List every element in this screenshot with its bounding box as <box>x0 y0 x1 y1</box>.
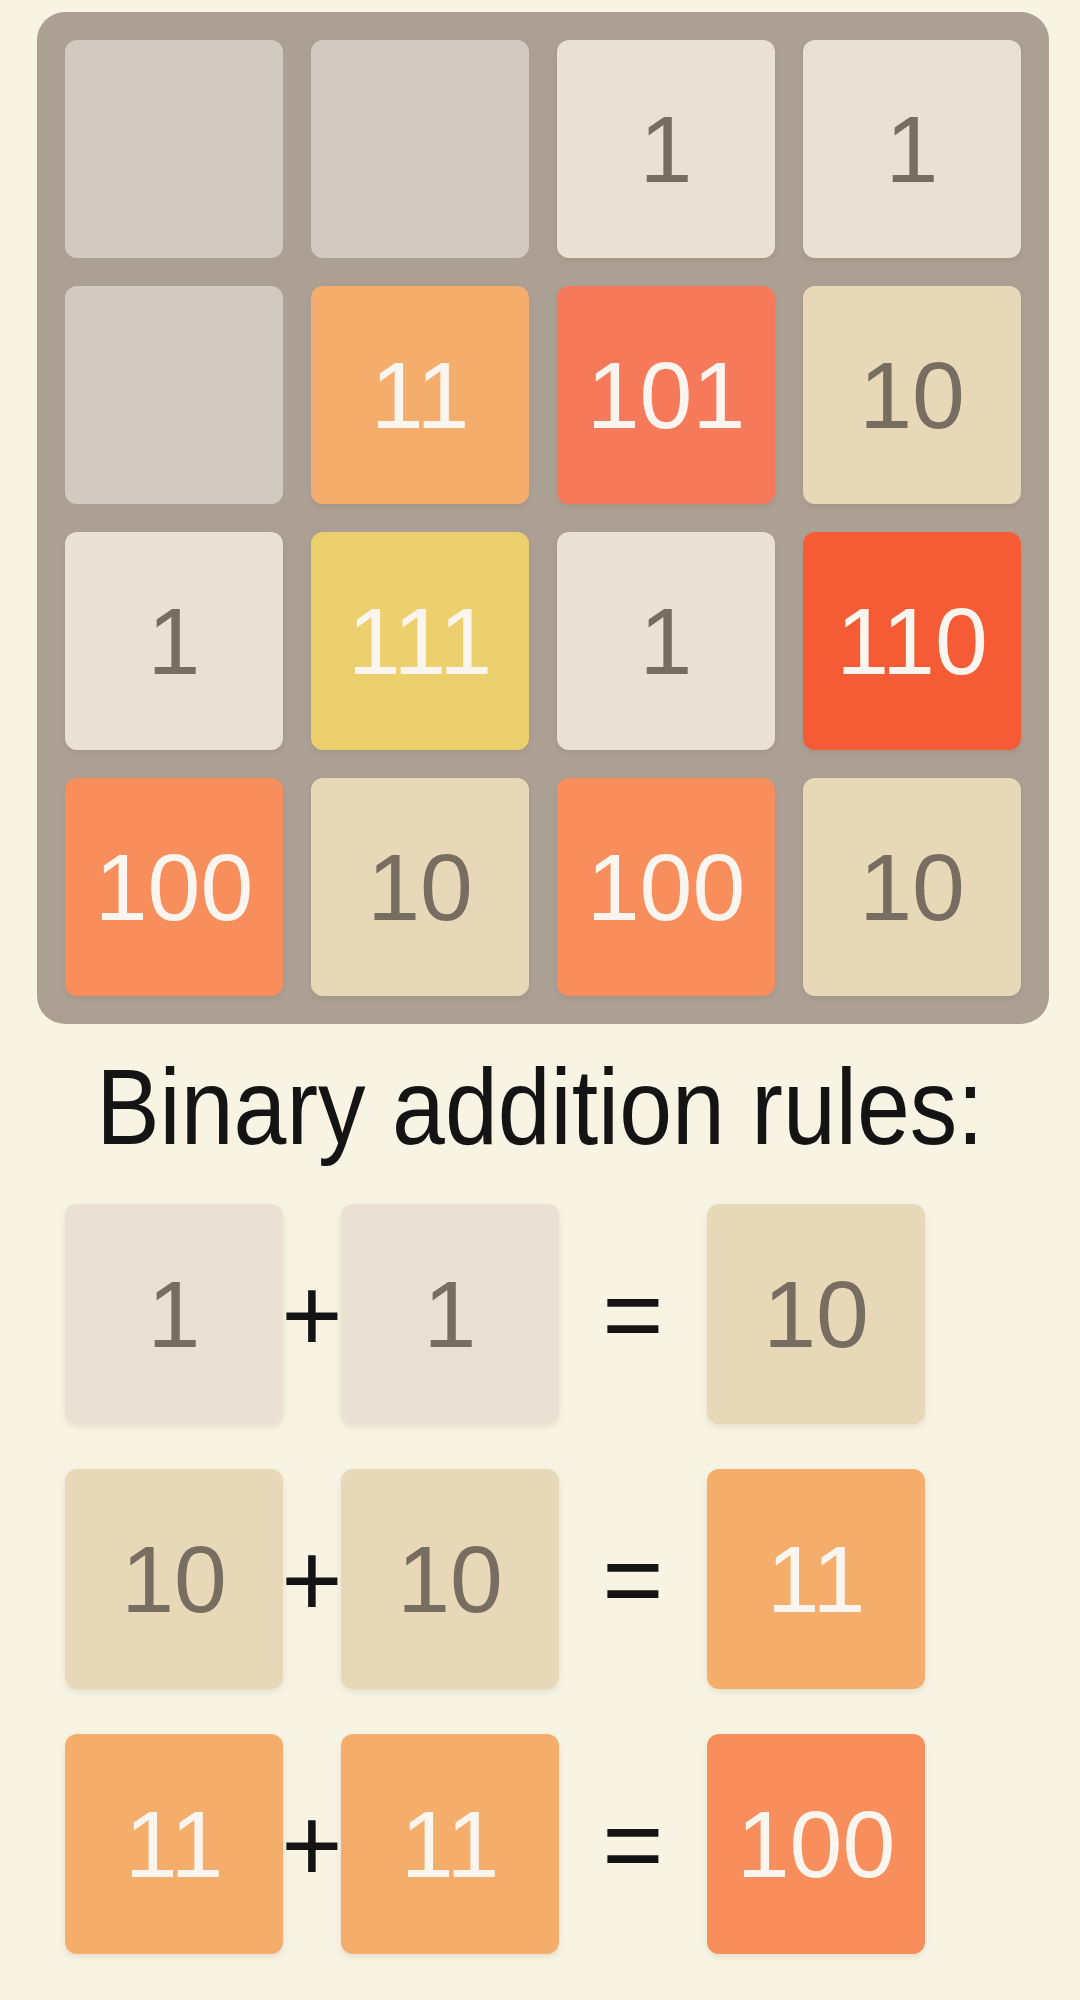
equals-operator: = <box>559 1262 707 1367</box>
rule-result-tile: 100 <box>707 1734 925 1954</box>
tile-10: 10 <box>311 778 529 996</box>
tile-11: 11 <box>311 286 529 504</box>
tile-1: 1 <box>65 532 283 750</box>
empty-cell <box>65 40 283 258</box>
app: 111110110111111101001010010 Binary addit… <box>0 0 1080 2000</box>
rule-operand-tile: 11 <box>341 1734 559 1954</box>
tile-10: 10 <box>803 286 1021 504</box>
tile-10: 10 <box>803 778 1021 996</box>
game-board[interactable]: 111110110111111101001010010 <box>37 12 1049 1024</box>
plus-operator: + <box>283 1262 341 1367</box>
empty-cell <box>65 286 283 504</box>
rule-row: 11+11=100 <box>65 1734 925 1954</box>
tile-1: 1 <box>557 532 775 750</box>
rule-row: 10+10=11 <box>65 1469 925 1689</box>
rule-operand-tile: 10 <box>341 1469 559 1689</box>
rules-title: Binary addition rules: <box>65 1042 1015 1172</box>
tile-111: 111 <box>311 532 529 750</box>
rule-operand-tile: 1 <box>65 1204 283 1424</box>
tile-101: 101 <box>557 286 775 504</box>
plus-operator: + <box>283 1527 341 1632</box>
tile-1: 1 <box>557 40 775 258</box>
rule-operand-tile: 11 <box>65 1734 283 1954</box>
rule-operand-tile: 10 <box>65 1469 283 1689</box>
rule-result-tile: 10 <box>707 1204 925 1424</box>
empty-cell <box>311 40 529 258</box>
rules-list: 1+1=1010+10=1111+11=100 <box>65 1204 925 1954</box>
tile-1: 1 <box>803 40 1021 258</box>
rule-operand-tile: 1 <box>341 1204 559 1424</box>
equals-operator: = <box>559 1527 707 1632</box>
equals-operator: = <box>559 1792 707 1897</box>
tile-100: 100 <box>557 778 775 996</box>
rule-row: 1+1=10 <box>65 1204 925 1424</box>
tile-110: 110 <box>803 532 1021 750</box>
tile-100: 100 <box>65 778 283 996</box>
plus-operator: + <box>283 1792 341 1897</box>
rule-result-tile: 11 <box>707 1469 925 1689</box>
